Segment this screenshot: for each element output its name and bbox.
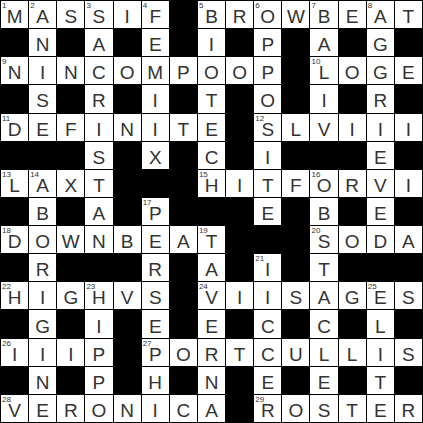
cell-r4c2[interactable]: F	[57, 114, 84, 141]
cell-letter: V	[121, 288, 134, 307]
cell-r3c1[interactable]: S	[29, 85, 56, 112]
cell-r6c10[interactable]: F	[282, 170, 309, 197]
cell-letter: I	[406, 176, 411, 195]
cell-r12c8[interactable]: T	[226, 339, 253, 366]
cell-r2c12[interactable]: O	[339, 57, 366, 84]
clue-number: 29	[255, 395, 264, 404]
cell-r14c4[interactable]: N	[114, 395, 141, 422]
cell-letter: R	[92, 91, 106, 110]
cell-r9c1[interactable]: R	[29, 254, 56, 281]
cell-r3c11[interactable]: I	[310, 85, 337, 112]
cell-letter: L	[375, 317, 386, 336]
cell-r11c3[interactable]: I	[85, 310, 112, 337]
cell-letter: A	[374, 7, 387, 26]
black-cell-r7c12	[339, 198, 366, 225]
clue-number: 26	[2, 339, 11, 348]
black-cell-r3c0	[1, 85, 28, 112]
cell-r8c6[interactable]: A	[170, 226, 197, 253]
cell-r0c3[interactable]: 3S	[85, 1, 112, 28]
cell-r11c11[interactable]: C	[310, 310, 337, 337]
cell-r2c5[interactable]: M	[142, 57, 169, 84]
cell-letter: E	[318, 373, 331, 392]
cell-r10c11[interactable]: A	[310, 282, 337, 309]
black-cell-r9c0	[1, 254, 28, 281]
black-cell-r11c14	[395, 310, 422, 337]
black-cell-r9c12	[339, 254, 366, 281]
cell-r13c1[interactable]: N	[29, 367, 56, 394]
cell-letter: E	[205, 120, 218, 139]
black-cell-r1c12	[339, 29, 366, 56]
cell-r12c5[interactable]: 27P	[142, 339, 169, 366]
cell-r14c3[interactable]: O	[85, 395, 112, 422]
cell-r11c7[interactable]: E	[198, 310, 225, 337]
black-cell-r9c8	[226, 254, 253, 281]
cell-r10c9[interactable]: I	[254, 282, 281, 309]
black-cell-r9c10	[282, 254, 309, 281]
cell-r0c7[interactable]: 5B	[198, 1, 225, 28]
cell-r6c11[interactable]: 16O	[310, 170, 337, 197]
cell-r12c2[interactable]: I	[57, 339, 84, 366]
cell-r2c6[interactable]: P	[170, 57, 197, 84]
black-cell-r13c14	[395, 367, 422, 394]
cell-letter: E	[36, 120, 49, 139]
cell-r11c5[interactable]: E	[142, 310, 169, 337]
cell-r4c1[interactable]: E	[29, 114, 56, 141]
cell-letter: I	[153, 91, 158, 110]
cell-r9c9[interactable]: 21I	[254, 254, 281, 281]
black-cell-r11c8	[226, 310, 253, 337]
cell-r14c14[interactable]: R	[395, 395, 422, 422]
cell-r6c3[interactable]: T	[85, 170, 112, 197]
cell-r14c9[interactable]: 29R	[254, 395, 281, 422]
cell-r12c3[interactable]: P	[85, 339, 112, 366]
cell-r13c3[interactable]: P	[85, 367, 112, 394]
cell-letter: A	[402, 232, 415, 251]
cell-letter: P	[177, 63, 190, 82]
cell-r11c1[interactable]: G	[29, 310, 56, 337]
black-cell-r7c7	[198, 198, 225, 225]
black-cell-r3c8	[226, 85, 253, 112]
cell-letter: R	[205, 345, 219, 364]
clue-number: 14	[30, 170, 39, 179]
cell-r12c10[interactable]: U	[282, 339, 309, 366]
cell-letter: O	[345, 232, 360, 251]
cell-r14c6[interactable]: C	[170, 395, 197, 422]
cell-letter: C	[92, 63, 106, 82]
cell-r14c2[interactable]: R	[57, 395, 84, 422]
cell-r2c1[interactable]: I	[29, 57, 56, 84]
cell-letter: A	[93, 35, 106, 54]
cell-r4c13[interactable]: I	[367, 114, 394, 141]
cell-r6c2[interactable]: X	[57, 170, 84, 197]
black-cell-r13c0	[1, 367, 28, 394]
cell-letter: G	[373, 63, 388, 82]
cell-r10c7[interactable]: 24V	[198, 282, 225, 309]
cell-letter: O	[260, 91, 275, 110]
cell-r12c13[interactable]: I	[367, 339, 394, 366]
cell-r5c9[interactable]: I	[254, 142, 281, 169]
cell-r8c11[interactable]: 20S	[310, 226, 337, 253]
cell-r0c0[interactable]: 1M	[1, 1, 28, 28]
black-cell-r9c6	[170, 254, 197, 281]
black-cell-r1c10	[282, 29, 309, 56]
cell-r12c7[interactable]: R	[198, 339, 225, 366]
cell-r0c4[interactable]: I	[114, 1, 141, 28]
cell-r10c14[interactable]: S	[395, 282, 422, 309]
cell-letter: N	[120, 120, 134, 139]
cell-r12c14[interactable]: S	[395, 339, 422, 366]
cell-r6c0[interactable]: 13L	[1, 170, 28, 197]
cell-r11c9[interactable]: C	[254, 310, 281, 337]
cell-letter: T	[178, 120, 190, 139]
cell-r6c1[interactable]: 14A	[29, 170, 56, 197]
cell-letter: B	[205, 7, 218, 26]
cell-r0c5[interactable]: 4F	[142, 1, 169, 28]
cell-letter: E	[374, 148, 387, 167]
cell-letter: O	[35, 232, 50, 251]
black-cell-r11c0	[1, 310, 28, 337]
cell-letter: R	[64, 401, 78, 420]
cell-r1c5[interactable]: E	[142, 29, 169, 56]
cell-r12c9[interactable]: C	[254, 339, 281, 366]
cell-r2c9[interactable]: P	[254, 57, 281, 84]
cell-letter: C	[261, 317, 275, 336]
cell-letter: C	[317, 317, 331, 336]
cell-r1c7[interactable]: I	[198, 29, 225, 56]
cell-letter: E	[205, 317, 218, 336]
black-cell-r9c14	[395, 254, 422, 281]
cell-r2c11[interactable]: 10L	[310, 57, 337, 84]
cell-r6c12[interactable]: R	[339, 170, 366, 197]
cell-r10c8[interactable]: I	[226, 282, 253, 309]
cell-r14c11[interactable]: S	[310, 395, 337, 422]
black-cell-r6c5	[142, 170, 169, 197]
cell-letter: G	[373, 35, 388, 54]
cell-r2c4[interactable]: O	[114, 57, 141, 84]
cell-r8c4[interactable]: B	[114, 226, 141, 253]
cell-r0c9[interactable]: 6O	[254, 1, 281, 28]
cell-r0c13[interactable]: 8A	[367, 1, 394, 28]
cell-r5c13[interactable]: E	[367, 142, 394, 169]
cell-letter: C	[176, 401, 190, 420]
cell-letter: S	[36, 91, 49, 110]
black-cell-r7c14	[395, 198, 422, 225]
cell-letter: G	[345, 288, 360, 307]
cell-letter: I	[124, 7, 129, 26]
cell-r5c7[interactable]: C	[198, 142, 225, 169]
cell-r8c7[interactable]: 19T	[198, 226, 225, 253]
cell-r9c5[interactable]: R	[142, 254, 169, 281]
cell-r14c10[interactable]: O	[282, 395, 309, 422]
cell-r10c4[interactable]: V	[114, 282, 141, 309]
black-cell-r7c2	[57, 198, 84, 225]
cell-r14c5[interactable]: I	[142, 395, 169, 422]
cell-letter: R	[345, 176, 359, 195]
cell-letter: N	[205, 373, 219, 392]
clue-number: 17	[143, 198, 152, 207]
clue-number: 20	[311, 226, 320, 235]
cell-r10c1[interactable]: I	[29, 282, 56, 309]
cell-letter: T	[206, 91, 218, 110]
clue-number: 27	[143, 339, 152, 348]
cell-r2c14[interactable]: E	[395, 57, 422, 84]
clue-number: 3	[86, 1, 90, 10]
black-cell-r11c10	[282, 310, 309, 337]
cell-letter: B	[318, 7, 331, 26]
cell-r13c13[interactable]: T	[367, 367, 394, 394]
cell-r4c11[interactable]: V	[310, 114, 337, 141]
cell-r0c11[interactable]: 7B	[310, 1, 337, 28]
black-cell-r3c12	[339, 85, 366, 112]
cell-letter: O	[260, 7, 275, 26]
cell-r6c9[interactable]: T	[254, 170, 281, 197]
cell-letter: V	[318, 120, 331, 139]
cell-letter: I	[96, 317, 101, 336]
cell-r9c7[interactable]: A	[198, 254, 225, 281]
black-cell-r8c10	[282, 226, 309, 253]
black-cell-r7c0	[1, 198, 28, 225]
cell-r12c12[interactable]: L	[339, 339, 366, 366]
cell-letter: M	[7, 7, 23, 26]
cell-r0c8[interactable]: R	[226, 1, 253, 28]
cell-letter: N	[120, 401, 134, 420]
cell-letter: I	[406, 120, 411, 139]
cell-letter: I	[153, 120, 158, 139]
cell-r1c9[interactable]: P	[254, 29, 281, 56]
cell-letter: N	[36, 35, 50, 54]
cell-r2c0[interactable]: 9N	[1, 57, 28, 84]
cell-r14c7[interactable]: A	[198, 395, 225, 422]
cell-letter: O	[176, 345, 191, 364]
clue-number: 2	[30, 1, 34, 10]
cell-letter: X	[149, 148, 162, 167]
cell-r4c5[interactable]: I	[142, 114, 169, 141]
cell-r2c2[interactable]: N	[57, 57, 84, 84]
cell-r7c3[interactable]: A	[85, 198, 112, 225]
cell-r5c5[interactable]: X	[142, 142, 169, 169]
cell-r7c9[interactable]: E	[254, 198, 281, 225]
black-cell-r5c14	[395, 142, 422, 169]
cell-letter: F	[65, 120, 77, 139]
cell-r11c13[interactable]: L	[367, 310, 394, 337]
cell-r2c8[interactable]: O	[226, 57, 253, 84]
cell-r2c7[interactable]: O	[198, 57, 225, 84]
cell-letter: D	[373, 232, 387, 251]
black-cell-r3c14	[395, 85, 422, 112]
clue-number: 24	[199, 282, 208, 291]
black-cell-r11c2	[57, 310, 84, 337]
cell-letter: S	[64, 7, 77, 26]
black-cell-r8c9	[254, 226, 281, 253]
cell-letter: A	[318, 288, 331, 307]
black-cell-r5c1	[29, 142, 56, 169]
clue-number: 19	[199, 226, 208, 235]
cell-r12c11[interactable]: L	[310, 339, 337, 366]
black-cell-r7c10	[282, 198, 309, 225]
cell-r3c13[interactable]: R	[367, 85, 394, 112]
clue-number: 11	[2, 114, 10, 123]
cell-r0c2[interactable]: S	[57, 1, 84, 28]
cell-letter: O	[92, 401, 107, 420]
cell-r6c13[interactable]: V	[367, 170, 394, 197]
cell-r7c11[interactable]: B	[310, 198, 337, 225]
cell-r1c1[interactable]: N	[29, 29, 56, 56]
clue-number: 28	[2, 395, 11, 404]
cell-letter: E	[402, 63, 415, 82]
cell-r14c0[interactable]: 28V	[1, 395, 28, 422]
cell-letter: A	[36, 7, 49, 26]
cell-letter: I	[12, 345, 17, 364]
cell-letter: T	[234, 345, 246, 364]
cell-r10c2[interactable]: G	[57, 282, 84, 309]
cell-r13c11[interactable]: E	[310, 367, 337, 394]
cell-r4c14[interactable]: I	[395, 114, 422, 141]
cell-r12c1[interactable]: I	[29, 339, 56, 366]
cell-r6c14[interactable]: I	[395, 170, 422, 197]
black-cell-r5c2	[57, 142, 84, 169]
cell-r8c5[interactable]: E	[142, 226, 169, 253]
cell-letter: N	[64, 63, 78, 82]
black-cell-r12c4	[114, 339, 141, 366]
cell-letter: G	[35, 317, 50, 336]
cell-letter: I	[237, 288, 242, 307]
cell-r4c9[interactable]: 12S	[254, 114, 281, 141]
cell-r10c5[interactable]: S	[142, 282, 169, 309]
cell-r14c12[interactable]: T	[339, 395, 366, 422]
black-cell-r1c14	[395, 29, 422, 56]
black-cell-r7c6	[170, 198, 197, 225]
black-cell-r1c4	[114, 29, 141, 56]
cell-letter: L	[291, 120, 302, 139]
cell-r0c1[interactable]: 2A	[29, 1, 56, 28]
cell-r4c0[interactable]: 11D	[1, 114, 28, 141]
cell-r6c7[interactable]: 15H	[198, 170, 225, 197]
cell-letter: E	[149, 317, 162, 336]
cell-letter: N	[8, 63, 22, 82]
cell-r10c10[interactable]: S	[282, 282, 309, 309]
cell-letter: B	[36, 204, 49, 223]
cell-r10c3[interactable]: 23H	[85, 282, 112, 309]
cell-r7c13[interactable]: E	[367, 198, 394, 225]
cell-r4c12[interactable]: I	[339, 114, 366, 141]
black-cell-r11c12	[339, 310, 366, 337]
cell-r8c12[interactable]: O	[339, 226, 366, 253]
black-cell-r5c4	[114, 142, 141, 169]
cell-r0c10[interactable]: W	[282, 1, 309, 28]
cell-r10c0[interactable]: 22H	[1, 282, 28, 309]
cell-r6c8[interactable]: I	[226, 170, 253, 197]
cell-letter: S	[402, 288, 415, 307]
cell-letter: A	[205, 260, 218, 279]
clue-number: 13	[2, 170, 11, 179]
cell-letter: A	[177, 232, 190, 251]
cell-r8c2[interactable]: W	[57, 226, 84, 253]
black-cell-r13c4	[114, 367, 141, 394]
cell-r8c14[interactable]: A	[395, 226, 422, 253]
cell-letter: N	[36, 373, 50, 392]
cell-r7c1[interactable]: B	[29, 198, 56, 225]
cell-r13c5[interactable]: H	[142, 367, 169, 394]
cell-r3c5[interactable]: I	[142, 85, 169, 112]
clue-number: 10	[311, 57, 320, 66]
cell-letter: T	[262, 176, 274, 195]
cell-letter: P	[261, 63, 274, 82]
cell-r8c0[interactable]: 18D	[1, 226, 28, 253]
cell-letter: C	[261, 345, 275, 364]
black-cell-r9c2	[57, 254, 84, 281]
cell-r5c3[interactable]: S	[85, 142, 112, 169]
cell-r1c3[interactable]: A	[85, 29, 112, 56]
cell-r1c13[interactable]: G	[367, 29, 394, 56]
cell-letter: I	[321, 91, 326, 110]
cell-letter: I	[350, 120, 355, 139]
cell-r10c12[interactable]: G	[339, 282, 366, 309]
black-cell-r14c8	[226, 395, 253, 422]
cell-r2c3[interactable]: C	[85, 57, 112, 84]
cell-r4c7[interactable]: E	[198, 114, 225, 141]
black-cell-r0c6	[170, 1, 197, 28]
cell-letter: R	[148, 260, 162, 279]
cell-r4c6[interactable]: T	[170, 114, 197, 141]
crossword-grid: 1M2AS3SI4F5BR6OW7BE8ATNAEIPAG9NINCOMPOOP…	[0, 0, 423, 423]
clue-number: 5	[199, 1, 203, 10]
cell-letter: R	[373, 91, 387, 110]
cell-r8c1[interactable]: O	[29, 226, 56, 253]
cell-r12c0[interactable]: 26I	[1, 339, 28, 366]
cell-letter: M	[147, 63, 163, 82]
cell-letter: A	[205, 401, 218, 420]
cell-r0c14[interactable]: T	[395, 1, 422, 28]
black-cell-r5c6	[170, 142, 197, 169]
black-cell-r10c6	[170, 282, 197, 309]
cell-letter: F	[149, 7, 161, 26]
cell-r3c7[interactable]: T	[198, 85, 225, 112]
cell-letter: I	[153, 401, 158, 420]
cell-r4c3[interactable]: I	[85, 114, 112, 141]
cell-letter: I	[40, 288, 45, 307]
cell-r13c7[interactable]: N	[198, 367, 225, 394]
cell-letter: T	[403, 7, 415, 26]
cell-letter: E	[149, 232, 162, 251]
cell-r8c3[interactable]: N	[85, 226, 112, 253]
cell-r13c9[interactable]: E	[254, 367, 281, 394]
cell-letter: E	[261, 204, 274, 223]
cell-r3c9[interactable]: O	[254, 85, 281, 112]
cell-r7c5[interactable]: 17P	[142, 198, 169, 225]
cell-r0c12[interactable]: E	[339, 1, 366, 28]
clue-number: 6	[255, 1, 259, 10]
cell-r14c1[interactable]: E	[29, 395, 56, 422]
cell-r12c6[interactable]: O	[170, 339, 197, 366]
cell-r2c13[interactable]: G	[367, 57, 394, 84]
cell-r1c11[interactable]: A	[310, 29, 337, 56]
cell-letter: E	[36, 401, 49, 420]
cell-r10c13[interactable]: 25E	[367, 282, 394, 309]
cell-letter: X	[64, 176, 77, 195]
black-cell-r7c4	[114, 198, 141, 225]
cell-r3c3[interactable]: R	[85, 85, 112, 112]
cell-letter: I	[209, 35, 214, 54]
cell-letter: S	[290, 288, 303, 307]
black-cell-r5c10	[282, 142, 309, 169]
black-cell-r9c13	[367, 254, 394, 281]
cell-letter: E	[346, 7, 359, 26]
cell-r9c11[interactable]: T	[310, 254, 337, 281]
cell-r14c13[interactable]: E	[367, 395, 394, 422]
cell-r4c4[interactable]: N	[114, 114, 141, 141]
cell-r8c13[interactable]: D	[367, 226, 394, 253]
cell-r4c10[interactable]: L	[282, 114, 309, 141]
